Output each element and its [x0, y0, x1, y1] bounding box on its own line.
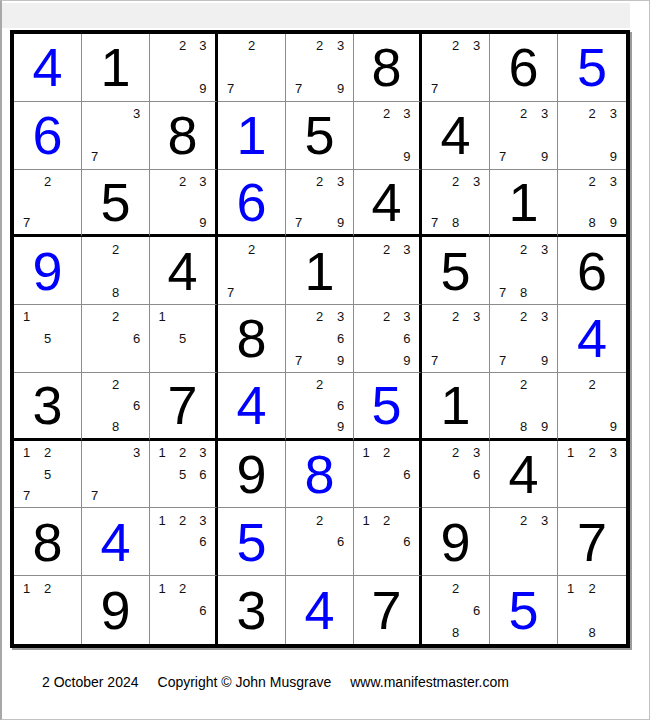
pencil-mark: 2 [241, 35, 262, 57]
pencil-mark: 2 [376, 238, 396, 260]
pencil-marks: 239 [356, 103, 417, 168]
pencil-mark: 7 [424, 349, 445, 371]
cell-r9c3[interactable]: 126 [150, 576, 218, 644]
cell-r8c8[interactable]: 23 [490, 508, 558, 576]
pencil-mark: 9 [397, 146, 417, 168]
cell-r4c5[interactable]: 1 [286, 237, 354, 305]
cell-r9c9[interactable]: 128 [558, 576, 626, 644]
cell-value: 5 [440, 244, 470, 298]
pencil-mark: 3 [466, 306, 487, 328]
cell-value: 5 [304, 108, 334, 162]
cell-value: 5 [100, 175, 130, 229]
pencil-mark: 7 [492, 146, 513, 168]
pencil-marks: 123 [560, 442, 624, 507]
pencil-mark: 7 [84, 146, 105, 168]
cell-value: 5 [508, 583, 538, 637]
pencil-mark: 6 [193, 599, 213, 621]
pencil-mark: 9 [603, 212, 624, 233]
pencil-mark: 3 [193, 442, 213, 464]
cell-r1c5[interactable]: 2379 [286, 34, 354, 102]
pencil-mark: 3 [397, 306, 417, 328]
pencil-mark: 9 [330, 212, 351, 233]
cell-r5c5[interactable]: 23679 [286, 305, 354, 373]
pencil-marks: 27 [16, 171, 79, 234]
cell-r7c1[interactable]: 1257 [14, 441, 82, 509]
pencil-mark: 2 [309, 171, 330, 192]
pencil-mark: 2 [581, 442, 602, 464]
cell-r1c2[interactable]: 1 [82, 34, 150, 102]
cell-value: 6 [32, 108, 62, 162]
pencil-mark: 9 [534, 349, 555, 371]
cell-value: 4 [32, 40, 62, 94]
cell-r7c2[interactable]: 37 [82, 441, 150, 509]
pencil-mark: 1 [356, 509, 376, 531]
cell-r2c4[interactable]: 1 [218, 102, 286, 170]
pencil-mark: 2 [376, 509, 396, 531]
pencil-mark: 6 [193, 463, 213, 485]
pencil-mark: 5 [172, 463, 192, 485]
cell-r9c8[interactable]: 5 [490, 576, 558, 644]
cell-r2c1[interactable]: 6 [14, 102, 82, 170]
pencil-mark: 2 [172, 442, 192, 464]
pencil-mark: 7 [424, 212, 445, 233]
footer-copyright: Copyright © John Musgrave [158, 674, 332, 690]
pencil-mark: 2 [37, 171, 58, 192]
pencil-mark: 3 [466, 35, 487, 57]
cell-r2c7[interactable]: 4 [422, 102, 490, 170]
pencil-marks: 268 [424, 577, 487, 643]
pencil-mark: 5 [37, 463, 58, 485]
pencil-mark: 7 [16, 485, 37, 507]
pencil-mark: 8 [513, 282, 534, 304]
cell-r2c2[interactable]: 37 [82, 102, 150, 170]
pencil-mark: 2 [172, 577, 192, 599]
pencil-mark: 2 [513, 306, 534, 328]
pencil-mark: 7 [220, 282, 241, 304]
cell-r1c6[interactable]: 8 [354, 34, 422, 102]
cell-r3c8[interactable]: 1 [490, 170, 558, 238]
cell-r4c1[interactable]: 9 [14, 237, 82, 305]
pencil-marks: 239 [152, 35, 213, 100]
pencil-mark: 9 [330, 349, 351, 371]
pencil-marks: 26 [84, 306, 147, 371]
pencil-mark: 3 [534, 238, 555, 260]
pencil-mark: 2 [172, 35, 192, 57]
cell-r6c8[interactable]: 289 [490, 373, 558, 441]
pencil-mark: 2 [445, 171, 466, 192]
cell-r4c8[interactable]: 2378 [490, 237, 558, 305]
pencil-mark: 1 [152, 306, 172, 328]
cell-r3c3[interactable]: 239 [150, 170, 218, 238]
pencil-mark: 8 [581, 212, 602, 233]
pencil-mark: 3 [603, 171, 624, 192]
pencil-mark: 7 [492, 349, 513, 371]
pencil-mark: 3 [193, 509, 213, 531]
cell-value: 9 [440, 515, 470, 569]
cell-r7c9[interactable]: 123 [558, 441, 626, 509]
cell-r4c6[interactable]: 23 [354, 237, 422, 305]
cell-r6c3[interactable]: 7 [150, 373, 218, 441]
cell-r5c4[interactable]: 8 [218, 305, 286, 373]
cell-r9c7[interactable]: 268 [422, 576, 490, 644]
pencil-marks: 27 [220, 238, 283, 303]
cell-r6c6[interactable]: 5 [354, 373, 422, 441]
pencil-marks: 1236 [152, 509, 213, 574]
pencil-mark: 3 [466, 171, 487, 192]
cell-value: 6 [508, 40, 538, 94]
pencil-mark: 2 [309, 306, 330, 328]
pencil-mark: 2 [241, 238, 262, 260]
pencil-marks: 23679 [288, 306, 351, 371]
pencil-mark: 3 [397, 103, 417, 125]
cell-r6c5[interactable]: 269 [286, 373, 354, 441]
cell-r6c2[interactable]: 268 [82, 373, 150, 441]
cell-r6c7[interactable]: 1 [422, 373, 490, 441]
pencil-marks: 2369 [356, 306, 417, 371]
pencil-mark: 9 [193, 212, 213, 233]
cell-value: 1 [236, 108, 266, 162]
cell-r9c5[interactable]: 4 [286, 576, 354, 644]
pencil-mark: 3 [193, 35, 213, 57]
pencil-mark: 3 [126, 442, 147, 464]
pencil-mark: 6 [126, 328, 147, 350]
cell-r1c4[interactable]: 27 [218, 34, 286, 102]
cell-value: 3 [32, 378, 62, 432]
cell-r6c9[interactable]: 29 [558, 373, 626, 441]
pencil-marks: 237 [424, 306, 487, 371]
pencil-mark: 2 [172, 171, 192, 192]
pencil-marks: 1257 [16, 442, 79, 507]
cell-r3c1[interactable]: 27 [14, 170, 82, 238]
pencil-mark: 2 [581, 171, 602, 192]
cell-r9c6[interactable]: 7 [354, 576, 422, 644]
cell-value: 5 [577, 40, 607, 94]
pencil-mark: 2 [105, 374, 126, 395]
pencil-marks: 27 [220, 35, 283, 100]
cell-r3c4[interactable]: 6 [218, 170, 286, 238]
cell-value: 9 [100, 583, 130, 637]
pencil-marks: 2389 [560, 171, 624, 234]
cell-r2c9[interactable]: 239 [558, 102, 626, 170]
cell-r5c9[interactable]: 4 [558, 305, 626, 373]
pencil-mark: 3 [330, 35, 351, 57]
pencil-mark: 1 [560, 577, 581, 599]
pencil-mark: 2 [445, 442, 466, 464]
pencil-mark: 8 [581, 621, 602, 643]
pencil-mark: 2 [513, 103, 534, 125]
pencil-mark: 2 [376, 103, 396, 125]
pencil-marks: 12356 [152, 442, 213, 507]
cell-r7c5[interactable]: 8 [286, 441, 354, 509]
pencil-mark: 2 [105, 238, 126, 260]
pencil-marks: 28 [84, 238, 147, 303]
cell-r5c7[interactable]: 237 [422, 305, 490, 373]
pencil-mark: 7 [288, 212, 309, 233]
pencil-marks: 2378 [492, 238, 555, 303]
pencil-marks: 239 [152, 171, 213, 234]
cell-r1c8[interactable]: 6 [490, 34, 558, 102]
pencil-marks: 2379 [492, 103, 555, 168]
pencil-mark: 2 [513, 509, 534, 531]
pencil-mark: 1 [16, 442, 37, 464]
pencil-mark: 9 [603, 416, 624, 437]
pencil-marks: 15 [152, 306, 213, 371]
cell-r2c5[interactable]: 5 [286, 102, 354, 170]
pencil-mark: 6 [397, 328, 417, 350]
pencil-mark: 2 [172, 509, 192, 531]
pencil-mark: 3 [534, 103, 555, 125]
cell-r8c9[interactable]: 7 [558, 508, 626, 576]
cell-value: 9 [236, 447, 266, 501]
cell-r9c2[interactable]: 9 [82, 576, 150, 644]
cell-r1c7[interactable]: 237 [422, 34, 490, 102]
pencil-marks: 268 [84, 374, 147, 437]
pencil-marks: 23 [356, 238, 417, 303]
cell-value: 4 [577, 311, 607, 365]
cell-r3c2[interactable]: 5 [82, 170, 150, 238]
cell-value: 4 [304, 583, 334, 637]
cell-r6c4[interactable]: 4 [218, 373, 286, 441]
pencil-marks: 2379 [288, 35, 351, 100]
pencil-mark: 3 [603, 442, 624, 464]
cell-value: 1 [508, 175, 538, 229]
sudoku-board: 4123927237982376563781523942379239275239… [10, 30, 630, 648]
pencil-marks: 236 [424, 442, 487, 507]
pencil-mark: 3 [330, 171, 351, 192]
pencil-mark: 5 [172, 328, 192, 350]
pencil-mark: 7 [220, 78, 241, 100]
footer-website: www.manifestmaster.com [350, 674, 509, 690]
pencil-mark: 8 [513, 416, 534, 437]
pencil-mark: 2 [376, 306, 396, 328]
cell-value: 4 [440, 108, 470, 162]
cell-value: 4 [508, 447, 538, 501]
cell-r8c5[interactable]: 26 [286, 508, 354, 576]
pencil-mark: 9 [534, 146, 555, 168]
cell-r9c1[interactable]: 12 [14, 576, 82, 644]
pencil-mark: 6 [397, 531, 417, 553]
pencil-mark: 2 [581, 374, 602, 395]
cell-value: 1 [440, 378, 470, 432]
pencil-mark: 3 [397, 238, 417, 260]
pencil-mark: 3 [466, 442, 487, 464]
cell-r4c3[interactable]: 4 [150, 237, 218, 305]
pencil-mark: 3 [534, 306, 555, 328]
pencil-mark: 7 [16, 212, 37, 233]
cell-r1c9[interactable]: 5 [558, 34, 626, 102]
pencil-mark: 2 [445, 577, 466, 599]
cell-value: 6 [236, 175, 266, 229]
pencil-marks: 29 [560, 374, 624, 437]
cell-r5c6[interactable]: 2369 [354, 305, 422, 373]
pencil-mark: 9 [330, 416, 351, 437]
cell-value: 5 [236, 515, 266, 569]
pencil-mark: 2 [37, 442, 58, 464]
pencil-mark: 7 [424, 78, 445, 100]
cell-r2c6[interactable]: 239 [354, 102, 422, 170]
pencil-mark: 2 [513, 374, 534, 395]
pencil-mark: 3 [603, 103, 624, 125]
pencil-mark: 1 [152, 509, 172, 531]
pencil-mark: 8 [445, 212, 466, 233]
cell-r2c8[interactable]: 2379 [490, 102, 558, 170]
pencil-mark: 1 [16, 577, 37, 599]
cell-value: 4 [236, 378, 266, 432]
pencil-marks: 237 [424, 35, 487, 100]
pencil-mark: 2 [445, 306, 466, 328]
pencil-marks: 23 [492, 509, 555, 574]
pencil-mark: 2 [513, 238, 534, 260]
pencil-mark: 8 [105, 416, 126, 437]
pencil-mark: 3 [330, 306, 351, 328]
pencil-mark: 6 [126, 395, 147, 416]
pencil-mark: 3 [126, 103, 147, 125]
cell-value: 8 [236, 311, 266, 365]
cell-value: 6 [577, 244, 607, 298]
cell-r1c3[interactable]: 239 [150, 34, 218, 102]
cell-value: 4 [100, 515, 130, 569]
pencil-marks: 289 [492, 374, 555, 437]
pencil-mark: 2 [37, 577, 58, 599]
cell-r8c7[interactable]: 9 [422, 508, 490, 576]
cell-value: 8 [167, 108, 197, 162]
pencil-mark: 3 [534, 509, 555, 531]
pencil-mark: 7 [84, 485, 105, 507]
cell-value: 1 [100, 40, 130, 94]
cell-value: 5 [371, 378, 401, 432]
pencil-mark: 2 [309, 509, 330, 531]
pencil-mark: 2 [309, 374, 330, 395]
cell-r4c9[interactable]: 6 [558, 237, 626, 305]
top-toolbar-strip [2, 3, 630, 28]
cell-r1c1[interactable]: 4 [14, 34, 82, 102]
pencil-mark: 3 [193, 171, 213, 192]
pencil-mark: 5 [37, 328, 58, 350]
pencil-mark: 6 [193, 531, 213, 553]
cell-value: 8 [304, 447, 334, 501]
pencil-mark: 6 [330, 328, 351, 350]
cell-r8c4[interactable]: 5 [218, 508, 286, 576]
pencil-mark: 7 [288, 78, 309, 100]
pencil-marks: 37 [84, 103, 147, 168]
pencil-mark: 2 [581, 103, 602, 125]
pencil-marks: 239 [560, 103, 624, 168]
cell-r3c5[interactable]: 2379 [286, 170, 354, 238]
pencil-mark: 6 [330, 395, 351, 416]
cell-r5c3[interactable]: 15 [150, 305, 218, 373]
pencil-mark: 9 [397, 349, 417, 371]
cell-r7c8[interactable]: 4 [490, 441, 558, 509]
cell-value: 4 [371, 175, 401, 229]
cell-r7c4[interactable]: 9 [218, 441, 286, 509]
cell-r3c6[interactable]: 4 [354, 170, 422, 238]
cell-r7c7[interactable]: 236 [422, 441, 490, 509]
pencil-mark: 2 [376, 442, 396, 464]
cell-r8c6[interactable]: 126 [354, 508, 422, 576]
cell-value: 7 [167, 378, 197, 432]
pencil-mark: 6 [330, 531, 351, 553]
pencil-marks: 37 [84, 442, 147, 507]
pencil-mark: 1 [152, 442, 172, 464]
pencil-mark: 1 [356, 442, 376, 464]
cell-r8c3[interactable]: 1236 [150, 508, 218, 576]
cell-r3c7[interactable]: 2378 [422, 170, 490, 238]
pencil-mark: 8 [445, 621, 466, 643]
pencil-mark: 8 [105, 282, 126, 304]
cell-value: 8 [371, 40, 401, 94]
cell-r8c2[interactable]: 4 [82, 508, 150, 576]
pencil-mark: 6 [466, 599, 487, 621]
cell-value: 7 [371, 583, 401, 637]
pencil-mark: 7 [288, 349, 309, 371]
pencil-mark: 9 [330, 78, 351, 100]
cell-value: 3 [236, 583, 266, 637]
pencil-mark: 2 [105, 306, 126, 328]
pencil-mark: 6 [466, 463, 487, 485]
pencil-marks: 2379 [288, 171, 351, 234]
cell-r3c9[interactable]: 2389 [558, 170, 626, 238]
pencil-marks: 2378 [424, 171, 487, 234]
pencil-mark: 1 [152, 577, 172, 599]
pencil-mark: 6 [397, 463, 417, 485]
cell-r4c4[interactable]: 27 [218, 237, 286, 305]
cell-r6c1[interactable]: 3 [14, 373, 82, 441]
pencil-marks: 269 [288, 374, 351, 437]
cell-r7c6[interactable]: 126 [354, 441, 422, 509]
cell-value: 1 [304, 244, 334, 298]
cell-r4c7[interactable]: 5 [422, 237, 490, 305]
footer: 2 October 2024 Copyright © John Musgrave… [42, 674, 509, 690]
cell-value: 7 [577, 515, 607, 569]
pencil-marks: 2379 [492, 306, 555, 371]
cell-r2c3[interactable]: 8 [150, 102, 218, 170]
pencil-marks: 126 [356, 509, 417, 574]
cell-r9c4[interactable]: 3 [218, 576, 286, 644]
cell-value: 4 [167, 244, 197, 298]
pencil-mark: 1 [560, 442, 581, 464]
pencil-mark: 9 [603, 146, 624, 168]
pencil-mark: 2 [581, 577, 602, 599]
pencil-mark: 2 [309, 35, 330, 57]
cell-r4c2[interactable]: 28 [82, 237, 150, 305]
cell-r8c1[interactable]: 8 [14, 508, 82, 576]
pencil-marks: 15 [16, 306, 79, 371]
pencil-marks: 26 [288, 509, 351, 574]
pencil-mark: 9 [534, 416, 555, 437]
pencil-mark: 2 [445, 35, 466, 57]
pencil-marks: 128 [560, 577, 624, 643]
pencil-mark: 7 [492, 282, 513, 304]
cell-r7c3[interactable]: 12356 [150, 441, 218, 509]
cell-value: 9 [32, 244, 62, 298]
footer-date: 2 October 2024 [42, 674, 139, 690]
pencil-mark: 9 [193, 78, 213, 100]
pencil-marks: 126 [152, 577, 213, 643]
cell-r5c8[interactable]: 2379 [490, 305, 558, 373]
cell-r5c1[interactable]: 15 [14, 305, 82, 373]
pencil-marks: 12 [16, 577, 79, 643]
pencil-marks: 126 [356, 442, 417, 507]
cell-r5c2[interactable]: 26 [82, 305, 150, 373]
pencil-mark: 1 [16, 306, 37, 328]
cell-value: 8 [32, 515, 62, 569]
